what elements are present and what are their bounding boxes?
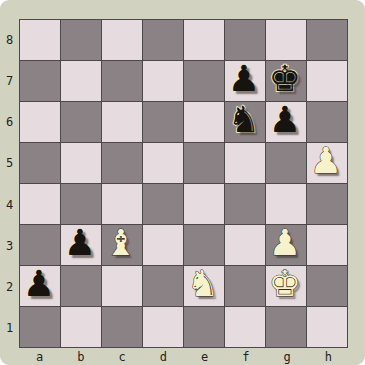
black-knight[interactable]: ♞ <box>228 100 260 140</box>
square-g7[interactable]: ♚ <box>266 61 306 101</box>
square-d4[interactable] <box>143 184 183 224</box>
square-f8[interactable] <box>225 20 265 60</box>
square-d2[interactable] <box>143 266 183 306</box>
square-a1[interactable] <box>20 307 60 347</box>
chess-board[interactable]: ♟♚♞♟♟♟♝♟♟♞♚ <box>19 19 348 348</box>
square-c2[interactable] <box>102 266 142 306</box>
black-pawn[interactable]: ♟ <box>23 264 55 304</box>
square-c7[interactable] <box>102 61 142 101</box>
square-g6[interactable]: ♟ <box>266 102 306 142</box>
square-e3[interactable] <box>184 225 224 265</box>
rank-label-5: 5 <box>0 143 19 184</box>
square-g8[interactable] <box>266 20 306 60</box>
square-b4[interactable] <box>61 184 101 224</box>
rank-label-3: 3 <box>0 225 19 266</box>
square-e8[interactable] <box>184 20 224 60</box>
square-g5[interactable] <box>266 143 306 183</box>
white-king[interactable]: ♚ <box>269 264 301 304</box>
square-a7[interactable] <box>20 61 60 101</box>
black-pawn[interactable]: ♟ <box>269 100 301 140</box>
square-d6[interactable] <box>143 102 183 142</box>
square-e2[interactable]: ♞ <box>184 266 224 306</box>
square-b7[interactable] <box>61 61 101 101</box>
square-h7[interactable] <box>307 61 347 101</box>
file-label-d: d <box>143 348 184 365</box>
file-labels: abcdefgh <box>19 348 349 365</box>
square-c6[interactable] <box>102 102 142 142</box>
square-a2[interactable]: ♟ <box>20 266 60 306</box>
square-d1[interactable] <box>143 307 183 347</box>
square-f6[interactable]: ♞ <box>225 102 265 142</box>
square-c4[interactable] <box>102 184 142 224</box>
square-f2[interactable] <box>225 266 265 306</box>
square-c8[interactable] <box>102 20 142 60</box>
square-h6[interactable] <box>307 102 347 142</box>
rank-label-6: 6 <box>0 102 19 143</box>
white-pawn[interactable]: ♟ <box>310 141 342 181</box>
square-f3[interactable] <box>225 225 265 265</box>
square-a5[interactable] <box>20 143 60 183</box>
file-label-c: c <box>102 348 143 365</box>
square-f1[interactable] <box>225 307 265 347</box>
black-pawn[interactable]: ♟ <box>64 223 96 263</box>
white-knight[interactable]: ♞ <box>187 264 219 304</box>
file-label-g: g <box>267 348 308 365</box>
black-king[interactable]: ♚ <box>269 59 301 99</box>
square-a4[interactable] <box>20 184 60 224</box>
square-f7[interactable]: ♟ <box>225 61 265 101</box>
square-a3[interactable] <box>20 225 60 265</box>
file-label-h: h <box>308 348 349 365</box>
square-b3[interactable]: ♟ <box>61 225 101 265</box>
white-bishop[interactable]: ♝ <box>105 223 137 263</box>
square-b8[interactable] <box>61 20 101 60</box>
square-c3[interactable]: ♝ <box>102 225 142 265</box>
square-b1[interactable] <box>61 307 101 347</box>
square-e4[interactable] <box>184 184 224 224</box>
square-b5[interactable] <box>61 143 101 183</box>
square-h8[interactable] <box>307 20 347 60</box>
rank-label-4: 4 <box>0 184 19 225</box>
square-f5[interactable] <box>225 143 265 183</box>
file-label-f: f <box>225 348 266 365</box>
square-d5[interactable] <box>143 143 183 183</box>
file-label-b: b <box>60 348 101 365</box>
square-f4[interactable] <box>225 184 265 224</box>
square-a6[interactable] <box>20 102 60 142</box>
square-c5[interactable] <box>102 143 142 183</box>
chess-board-widget: 87654321 ♟♚♞♟♟♟♝♟♟♞♚ abcdefgh <box>0 0 365 365</box>
square-e7[interactable] <box>184 61 224 101</box>
square-h3[interactable] <box>307 225 347 265</box>
square-h4[interactable] <box>307 184 347 224</box>
square-e1[interactable] <box>184 307 224 347</box>
white-pawn[interactable]: ♟ <box>269 223 301 263</box>
square-d7[interactable] <box>143 61 183 101</box>
square-e6[interactable] <box>184 102 224 142</box>
square-g1[interactable] <box>266 307 306 347</box>
square-d8[interactable] <box>143 20 183 60</box>
square-g2[interactable]: ♚ <box>266 266 306 306</box>
square-h5[interactable]: ♟ <box>307 143 347 183</box>
square-b6[interactable] <box>61 102 101 142</box>
file-label-a: a <box>19 348 60 365</box>
rank-label-1: 1 <box>0 308 19 349</box>
black-pawn[interactable]: ♟ <box>228 59 260 99</box>
square-d3[interactable] <box>143 225 183 265</box>
file-label-e: e <box>184 348 225 365</box>
square-g4[interactable] <box>266 184 306 224</box>
square-e5[interactable] <box>184 143 224 183</box>
square-h1[interactable] <box>307 307 347 347</box>
rank-labels: 87654321 <box>0 19 19 349</box>
square-a8[interactable] <box>20 20 60 60</box>
rank-label-7: 7 <box>0 60 19 101</box>
square-c1[interactable] <box>102 307 142 347</box>
square-b2[interactable] <box>61 266 101 306</box>
square-g3[interactable]: ♟ <box>266 225 306 265</box>
rank-label-2: 2 <box>0 267 19 308</box>
rank-label-8: 8 <box>0 19 19 60</box>
square-h2[interactable] <box>307 266 347 306</box>
